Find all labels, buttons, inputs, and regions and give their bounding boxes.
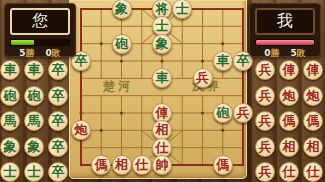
tray-left-piece-r0-c1[interactable]: 車 bbox=[24, 60, 44, 80]
piece-red-f5-r10[interactable]: 帥 bbox=[152, 155, 172, 175]
player-panel-left: 您 5勝 0敗 bbox=[4, 3, 76, 57]
tray-left-piece-r2-c2[interactable]: 馬 bbox=[0, 111, 20, 131]
piece-black-f8-r7[interactable]: 砲 bbox=[213, 103, 233, 123]
tray-right-piece-r0-c1[interactable]: 俥 bbox=[279, 60, 299, 80]
tray-right-piece-r2-c0[interactable]: 兵 bbox=[255, 111, 275, 131]
losses-label-right: 敗 bbox=[297, 48, 306, 58]
tray-left-piece-r2-c1[interactable]: 馬 bbox=[24, 111, 44, 131]
wins-label-right: 勝 bbox=[271, 48, 280, 58]
tray-right-piece-r1-c1[interactable]: 炮 bbox=[279, 86, 299, 106]
player-name-right: 我 bbox=[255, 8, 315, 35]
tray-left-piece-r3-c2[interactable]: 象 bbox=[0, 137, 20, 157]
piece-red-f3-r10[interactable]: 相 bbox=[112, 155, 132, 175]
tray-left-piece-r4-c0[interactable]: 卒 bbox=[48, 162, 68, 182]
tray-right-piece-r4-c2[interactable]: 仕 bbox=[303, 162, 323, 182]
piece-red-f4-r10[interactable]: 仕 bbox=[132, 155, 152, 175]
piece-red-f7-r5[interactable]: 兵 bbox=[193, 68, 213, 88]
player-panel-right: 我 0勝 5敗 bbox=[249, 3, 321, 57]
tray-left-piece-r1-c0[interactable]: 卒 bbox=[48, 86, 68, 106]
tray-right-piece-r1-c2[interactable]: 炮 bbox=[303, 86, 323, 106]
tray-right-piece-r4-c1[interactable]: 仕 bbox=[279, 162, 299, 182]
tray-right-piece-r3-c1[interactable]: 相 bbox=[279, 137, 299, 157]
win-bar-left-fill bbox=[11, 40, 34, 45]
tray-left-piece-r1-c2[interactable]: 砲 bbox=[0, 86, 20, 106]
player-name-left: 您 bbox=[10, 8, 70, 35]
tray-right-piece-r2-c2[interactable]: 傌 bbox=[303, 111, 323, 131]
win-bar-right-fill bbox=[256, 40, 314, 45]
tray-right-piece-r3-c0[interactable]: 兵 bbox=[255, 137, 275, 157]
tray-right-piece-r0-c0[interactable]: 兵 bbox=[255, 60, 275, 80]
piece-red-f9-r7[interactable]: 兵 bbox=[233, 103, 253, 123]
tray-right-piece-r4-c0[interactable]: 兵 bbox=[255, 162, 275, 182]
river-label-left: 楚河 bbox=[103, 79, 133, 94]
tray-left-piece-r1-c1[interactable]: 砲 bbox=[24, 86, 44, 106]
tray-right-piece-r1-c0[interactable]: 兵 bbox=[255, 86, 275, 106]
tray-left-piece-r3-c1[interactable]: 象 bbox=[24, 137, 44, 157]
win-bar-right bbox=[255, 39, 315, 46]
losses-label-left: 敗 bbox=[52, 48, 61, 58]
piece-black-f3-r3[interactable]: 砲 bbox=[112, 34, 132, 54]
tray-left-piece-r0-c2[interactable]: 車 bbox=[0, 60, 20, 80]
score-left: 5勝 0敗 bbox=[5, 48, 75, 59]
win-bar-left bbox=[10, 39, 70, 46]
score-right: 0勝 5敗 bbox=[250, 48, 320, 59]
tray-left-piece-r4-c1[interactable]: 士 bbox=[24, 162, 44, 182]
piece-black-f8-r4[interactable]: 車 bbox=[213, 51, 233, 71]
tray-right-piece-r3-c2[interactable]: 相 bbox=[303, 137, 323, 157]
xiangqi-app: { "game": "xiangqi", "position": { "fen_… bbox=[0, 0, 325, 182]
tray-left-piece-r3-c0[interactable]: 卒 bbox=[48, 137, 68, 157]
tray-right-piece-r0-c2[interactable]: 俥 bbox=[303, 60, 323, 80]
wins-label-left: 勝 bbox=[26, 48, 35, 58]
piece-black-f5-r3[interactable]: 象 bbox=[152, 34, 172, 54]
tray-left-piece-r2-c0[interactable]: 卒 bbox=[48, 111, 68, 131]
tray-left-piece-r0-c0[interactable]: 卒 bbox=[48, 60, 68, 80]
tray-left-piece-r4-c2[interactable]: 士 bbox=[0, 162, 20, 182]
piece-red-f8-r10[interactable]: 傌 bbox=[213, 155, 233, 175]
tray-right-piece-r2-c1[interactable]: 傌 bbox=[279, 111, 299, 131]
piece-black-f3-r1[interactable]: 象 bbox=[112, 0, 132, 19]
